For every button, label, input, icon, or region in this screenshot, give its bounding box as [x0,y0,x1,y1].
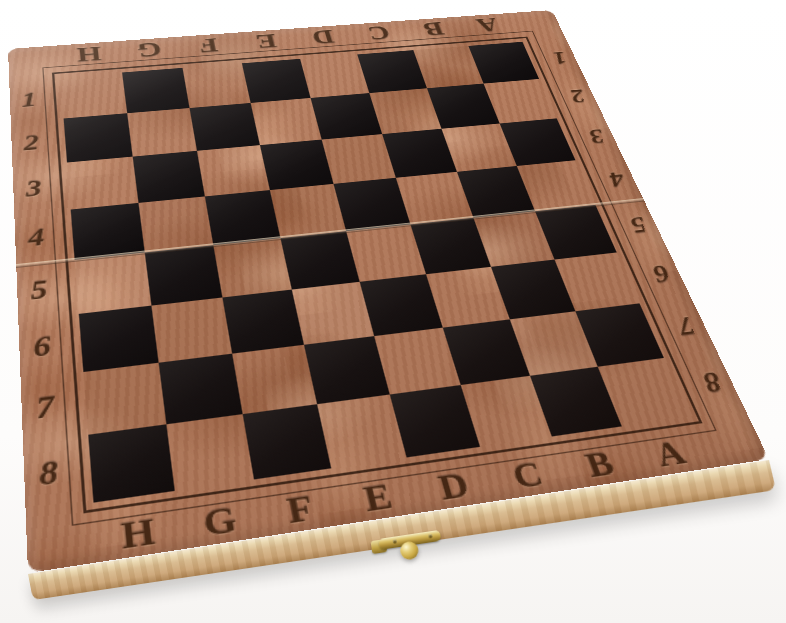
file-label-bottom-g: G [201,498,240,545]
file-label-top-b: B [420,17,447,40]
rank-label-right-4: 4 [605,167,629,191]
file-label-top-g: G [136,37,163,61]
file-label-top-a: A [473,14,502,36]
file-label-top-f: F [197,33,220,57]
file-label-bottom-c: C [507,454,548,497]
file-label-top-h: H [76,42,103,67]
file-label-top-c: C [365,21,393,44]
rank-label-left-3: 3 [25,176,42,202]
scene: HH11GG22FF33EE44DD55CC66BB77AA88 [0,0,786,623]
rank-label-left-5: 5 [30,276,48,306]
file-label-top-e: E [254,29,279,52]
rank-label-right-2: 2 [566,85,588,106]
rank-label-right-6: 6 [648,260,675,288]
file-label-bottom-f: F [283,487,316,532]
rank-label-right-7: 7 [672,311,700,341]
rank-label-left-8: 8 [38,455,59,493]
rank-label-left-7: 7 [35,391,55,426]
file-label-bottom-a: A [649,433,691,475]
file-label-bottom-h: H [119,510,157,558]
file-label-bottom-e: E [360,476,397,521]
rank-label-left-2: 2 [23,131,39,155]
rank-label-left-6: 6 [33,331,52,363]
file-label-top-d: D [309,25,336,48]
rank-label-right-5: 5 [626,212,651,238]
rank-label-right-8: 8 [698,366,727,398]
rank-label-left-4: 4 [27,224,45,252]
rank-label-right-3: 3 [585,125,608,148]
rank-label-left-1: 1 [21,89,37,112]
rank-label-right-1: 1 [549,48,570,68]
file-label-bottom-d: D [434,465,474,509]
file-label-bottom-b: B [580,444,619,486]
product-photo-page: { "game": "chess", "scene": "empty woode… [0,0,786,623]
